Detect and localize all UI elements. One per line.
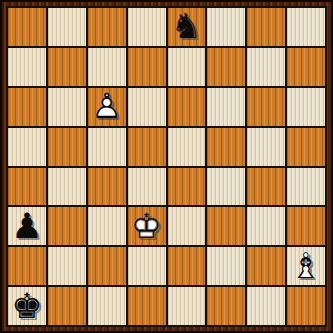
piece-white-pawn[interactable]: ♟♙ [88, 88, 126, 126]
square-f8[interactable] [207, 8, 245, 46]
square-h8[interactable] [287, 8, 325, 46]
piece-white-king[interactable]: ♚♔ [128, 207, 166, 245]
square-c8[interactable] [88, 8, 126, 46]
square-a2[interactable] [8, 247, 46, 285]
square-c2[interactable] [88, 247, 126, 285]
square-g2[interactable] [247, 247, 285, 285]
square-h2[interactable]: ♝♗ [287, 247, 325, 285]
square-h6[interactable] [287, 88, 325, 126]
square-e1[interactable] [168, 287, 206, 325]
square-d1[interactable] [128, 287, 166, 325]
square-c6[interactable]: ♟♙ [88, 88, 126, 126]
square-f2[interactable] [207, 247, 245, 285]
square-d6[interactable] [128, 88, 166, 126]
square-c4[interactable] [88, 168, 126, 206]
square-h4[interactable] [287, 168, 325, 206]
piece-black-king[interactable]: ♚ [8, 287, 46, 325]
square-e3[interactable] [168, 207, 206, 245]
square-e4[interactable] [168, 168, 206, 206]
square-d3[interactable]: ♚♔ [128, 207, 166, 245]
square-c3[interactable] [88, 207, 126, 245]
square-b5[interactable] [48, 128, 86, 166]
square-f5[interactable] [207, 128, 245, 166]
piece-black-pawn[interactable]: ♟ [8, 207, 46, 245]
square-h3[interactable] [287, 207, 325, 245]
square-b3[interactable] [48, 207, 86, 245]
square-g3[interactable] [247, 207, 285, 245]
bishop-glyph-outline: ♗ [287, 247, 325, 285]
square-f7[interactable] [207, 48, 245, 86]
pawn-glyph-outline: ♙ [88, 88, 126, 126]
square-a3[interactable]: ♟ [8, 207, 46, 245]
square-c1[interactable] [88, 287, 126, 325]
square-e2[interactable] [168, 247, 206, 285]
king-glyph-outline: ♔ [128, 207, 166, 245]
square-a6[interactable] [8, 88, 46, 126]
square-e6[interactable] [168, 88, 206, 126]
square-g4[interactable] [247, 168, 285, 206]
piece-white-bishop[interactable]: ♝♗ [287, 247, 325, 285]
square-f3[interactable] [207, 207, 245, 245]
piece-black-knight[interactable]: ♞ [168, 8, 206, 46]
square-g6[interactable] [247, 88, 285, 126]
square-b6[interactable] [48, 88, 86, 126]
square-a4[interactable] [8, 168, 46, 206]
square-g5[interactable] [247, 128, 285, 166]
square-b4[interactable] [48, 168, 86, 206]
square-b7[interactable] [48, 48, 86, 86]
square-f4[interactable] [207, 168, 245, 206]
king-glyph: ♚ [8, 287, 46, 325]
square-a5[interactable] [8, 128, 46, 166]
square-g1[interactable] [247, 287, 285, 325]
chess-board-frame: ♞♟♙♟♚♔♝♗♚ [0, 0, 333, 333]
square-d7[interactable] [128, 48, 166, 86]
square-g7[interactable] [247, 48, 285, 86]
square-d5[interactable] [128, 128, 166, 166]
pawn-glyph: ♟ [8, 207, 46, 245]
square-h7[interactable] [287, 48, 325, 86]
square-a7[interactable] [8, 48, 46, 86]
square-e5[interactable] [168, 128, 206, 166]
square-b1[interactable] [48, 287, 86, 325]
knight-glyph: ♞ [168, 8, 206, 46]
square-e8[interactable]: ♞ [168, 8, 206, 46]
square-g8[interactable] [247, 8, 285, 46]
square-d4[interactable] [128, 168, 166, 206]
chess-board: ♞♟♙♟♚♔♝♗♚ [6, 6, 327, 327]
square-b2[interactable] [48, 247, 86, 285]
square-c5[interactable] [88, 128, 126, 166]
square-a1[interactable]: ♚ [8, 287, 46, 325]
square-f1[interactable] [207, 287, 245, 325]
square-h1[interactable] [287, 287, 325, 325]
square-b8[interactable] [48, 8, 86, 46]
square-c7[interactable] [88, 48, 126, 86]
square-h5[interactable] [287, 128, 325, 166]
square-d8[interactable] [128, 8, 166, 46]
square-e7[interactable] [168, 48, 206, 86]
square-d2[interactable] [128, 247, 166, 285]
square-a8[interactable] [8, 8, 46, 46]
square-f6[interactable] [207, 88, 245, 126]
